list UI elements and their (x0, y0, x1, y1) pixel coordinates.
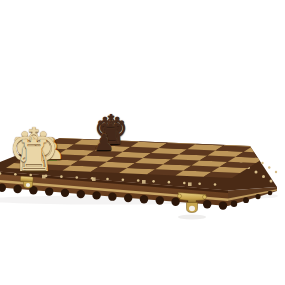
piece-black-pawn-a7[interactable]: ♟ (93, 131, 115, 153)
chess-set-photo: ♜♞♝♛♚♝♞♜♟♟♟♟♟♟♟♟♟♟♟♟♟♟♟♟♜♞♝♛♚♝♞♜ (0, 0, 285, 285)
piece-layer: ♜♞♝♛♚♝♞♜♟♟♟♟♟♟♟♟♟♟♟♟♟♟♟♟♜♞♝♛♚♝♞♜ (0, 0, 285, 285)
piece-white-rook-a1[interactable]: ♜ (13, 135, 55, 177)
